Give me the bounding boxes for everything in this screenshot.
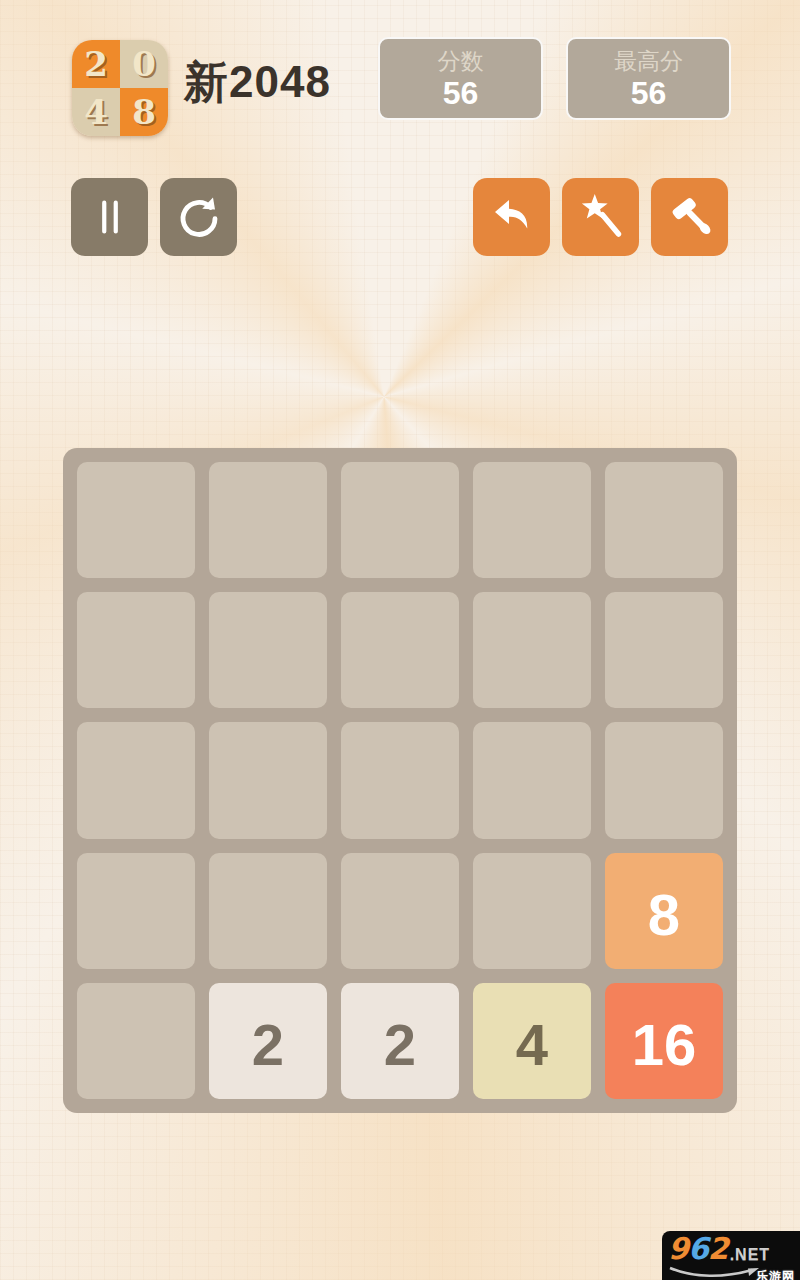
tile-2-r4c2: 2 xyxy=(341,983,459,1099)
pause-button[interactable] xyxy=(71,178,148,256)
app-logo: 2 0 4 8 xyxy=(72,40,168,136)
score-box: 分数 56 xyxy=(378,37,543,120)
empty-cell-r2c4 xyxy=(605,722,723,838)
magic-wand-button[interactable] xyxy=(562,178,639,256)
empty-cell-r0c0 xyxy=(77,462,195,578)
logo-tile-4: 4 xyxy=(72,88,120,136)
score-value: 56 xyxy=(443,76,479,110)
best-score-box: 最高分 56 xyxy=(566,37,731,120)
empty-cell-r0c2 xyxy=(341,462,459,578)
empty-cell-r2c3 xyxy=(473,722,591,838)
empty-cell-r0c4 xyxy=(605,462,723,578)
best-score-value: 56 xyxy=(631,76,667,110)
empty-cell-r1c0 xyxy=(77,592,195,708)
page-title: 新2048 xyxy=(184,58,331,106)
watermark-site-name: 乐游网 xyxy=(756,1268,795,1280)
empty-cell-r3c1 xyxy=(209,853,327,969)
logo-tile-8: 8 xyxy=(120,88,168,136)
board[interactable]: 822416 xyxy=(63,448,737,1113)
empty-cell-r3c2 xyxy=(341,853,459,969)
hammer-button[interactable] xyxy=(651,178,728,256)
watermark-swoosh-icon xyxy=(668,1266,760,1280)
tile-2-r4c1: 2 xyxy=(209,983,327,1099)
watermark-logo: 9 6 2 .NET 乐游网 xyxy=(662,1231,800,1280)
empty-cell-r2c0 xyxy=(77,722,195,838)
restart-icon xyxy=(175,193,223,241)
pause-icon xyxy=(87,194,133,240)
empty-cell-r1c3 xyxy=(473,592,591,708)
empty-cell-r0c3 xyxy=(473,462,591,578)
watermark-digit-9: 9 xyxy=(668,1234,688,1264)
hammer-icon xyxy=(665,192,715,242)
undo-button[interactable] xyxy=(473,178,550,256)
undo-arrow-icon xyxy=(488,193,536,241)
tile-4-r4c3: 4 xyxy=(473,983,591,1099)
empty-cell-r4c0 xyxy=(77,983,195,1099)
restart-button[interactable] xyxy=(160,178,237,256)
logo-tile-2: 2 xyxy=(72,40,120,88)
watermark-digit-6: 6 xyxy=(688,1234,708,1264)
tile-16-r4c4: 16 xyxy=(605,983,723,1099)
empty-cell-r1c2 xyxy=(341,592,459,708)
magic-wand-icon xyxy=(576,192,626,242)
score-label: 分数 xyxy=(438,48,484,74)
empty-cell-r1c1 xyxy=(209,592,327,708)
watermark-digit-2: 2 xyxy=(708,1234,728,1264)
empty-cell-r3c0 xyxy=(77,853,195,969)
empty-cell-r1c4 xyxy=(605,592,723,708)
empty-cell-r3c3 xyxy=(473,853,591,969)
empty-cell-r2c2 xyxy=(341,722,459,838)
empty-cell-r2c1 xyxy=(209,722,327,838)
tile-8-r3c4: 8 xyxy=(605,853,723,969)
empty-cell-r0c1 xyxy=(209,462,327,578)
best-score-label: 最高分 xyxy=(614,48,683,74)
logo-tile-0: 0 xyxy=(120,40,168,88)
